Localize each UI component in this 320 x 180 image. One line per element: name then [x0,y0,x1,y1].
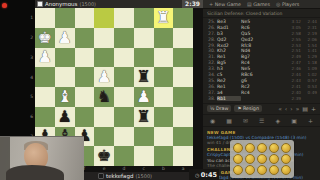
tab-games[interactable]: ▤Games [247,1,270,7]
board-icon[interactable]: ▦ [226,117,232,124]
square-f2[interactable] [75,28,95,48]
square-b7[interactable] [154,127,174,147]
white-move[interactable]: Re2 [217,78,241,83]
square-b8[interactable] [154,146,174,166]
white-move[interactable]: a4 [217,90,241,95]
move-number: 25. [208,19,217,24]
move-time: 2:44 [301,19,317,24]
bottom-player-clock: ◷ 0:45 [189,169,219,180]
square-a7[interactable] [173,127,193,147]
black-rook-c6[interactable]: ♜ [136,108,150,124]
move-row[interactable]: 26.Rad1Rc63:052:31 [203,24,320,30]
move-row[interactable]: 38.Rb12:39 [203,95,320,101]
top-player-bar: Anonymous (1500) 2:39 [35,0,203,8]
square-a4[interactable] [173,67,193,87]
white-pawn-h3[interactable]: ♟ [38,49,52,65]
square-b5[interactable] [154,87,174,107]
move-number: 31. [208,54,217,59]
plus-icon[interactable]: + [308,117,313,124]
move-times: 2:430:57 [285,78,317,83]
move-time: 2:47 [285,60,301,65]
white-move[interactable]: h3 [217,66,241,71]
black-move[interactable]: Rc2 [241,84,265,89]
square-d2[interactable] [114,28,134,48]
emoji-face-icon [233,165,243,175]
streamer-shoulders [6,165,64,180]
white-move[interactable]: Re1 [217,54,241,59]
move-time: 2:41 [285,84,301,89]
black-knight-e5[interactable]: ♞ [97,88,111,104]
square-e1[interactable] [94,8,114,28]
square-c7[interactable] [134,127,154,147]
square-f3[interactable] [75,48,95,68]
resign-button[interactable]: ⚑ Resign [234,105,262,112]
square-g5[interactable]: ♝ [55,87,75,107]
square-a5[interactable] [173,87,193,107]
square-a6[interactable] [173,107,193,127]
rank-label: 6 [27,107,34,127]
move-times: 2:441:02 [285,72,317,77]
move-time: 2:46 [285,66,301,71]
white-pawn-g2[interactable]: ♟ [57,29,71,45]
square-c1[interactable] [134,8,154,28]
nav-first-icon[interactable]: « [278,106,282,112]
black-pawn-g6[interactable]: ♟ [57,108,71,124]
square-e2[interactable] [94,28,114,48]
move-row[interactable]: 34.c5R8c62:441:02 [203,72,320,78]
emoji-face-icon [245,165,255,175]
move-times: 2:552:06 [285,37,317,42]
square-h5[interactable] [35,87,55,107]
white-bishop-g5[interactable]: ♝ [57,88,71,104]
emoji-face-icon [281,143,291,153]
white-pawn-e4[interactable]: ♟ [97,69,111,85]
tab-icon: ▤ [247,1,252,7]
square-c2[interactable] [134,28,154,48]
move-time: 2:51 [285,48,301,53]
black-move[interactable]: Ne5 [241,66,265,71]
draw-half-icon: ½ [210,106,214,111]
clock-icon: ◷ [195,172,199,178]
move-number: 36. [208,84,217,89]
black-move[interactable]: Qxd2 [241,37,265,42]
square-g1[interactable] [55,8,75,28]
grid-icon[interactable]: ▣ [291,117,297,124]
tab-label: Players [282,2,299,7]
rank-label: 5 [27,87,34,107]
move-number: 27. [208,31,217,36]
move-row[interactable]: 32.Bg5Rc42:471:18 [203,60,320,66]
resign-label: Resign [243,106,259,111]
white-move[interactable]: Rb1 [217,96,241,101]
recording-dot-icon [2,3,7,8]
move-row[interactable]: 29.Rxd2Rfc82:531:54 [203,42,320,48]
square-d8[interactable] [114,146,134,166]
move-time: 2:55 [285,37,301,42]
nav-prev-icon[interactable]: ‹ [285,106,287,112]
tab-players[interactable]: ◎Players [276,1,299,7]
square-f5[interactable] [75,87,95,107]
square-f6[interactable] [75,107,95,127]
move-time: 2:39 [285,96,301,101]
square-h4[interactable] [35,67,55,87]
rank-label: 2 [27,28,34,48]
move-number: 37. [208,90,217,95]
move-row[interactable]: 31.Re1Bg72:491:29 [203,54,320,60]
move-time: 1:18 [301,60,317,65]
black-move[interactable]: Rc4 [241,60,265,65]
move-row[interactable]: 33.h3Ne52:461:09 [203,66,320,72]
emoji-face-icon [233,143,243,153]
square-a3[interactable] [173,48,193,68]
white-pawn-c5[interactable]: ♟ [136,88,150,104]
square-d1[interactable] [114,8,134,28]
emoji-face-icon [269,154,279,164]
move-times: 2:39 [285,96,317,101]
tab-icon: + [209,1,213,7]
black-move[interactable]: Rfc8 [241,43,265,48]
black-move[interactable]: Bg7 [241,54,265,59]
message-icon[interactable]: ✉ [243,117,248,124]
move-number: 28. [208,37,217,42]
opening-name: Sicilian Defense: Closed Variation [203,9,320,18]
move-number: 35. [208,78,217,83]
move-time: 1:54 [301,43,317,48]
square-b1[interactable]: ♜ [154,8,174,28]
move-time: 2:31 [301,25,317,30]
tab-label: New Game [215,2,241,7]
white-move[interactable]: Re1 [217,84,241,89]
black-rook-c4[interactable]: ♜ [136,69,150,85]
square-e6[interactable] [94,107,114,127]
square-g4[interactable] [55,67,75,87]
white-king-h2[interactable]: ♚ [38,29,52,45]
nav-last-icon[interactable]: » [296,106,300,112]
white-move[interactable]: Be3 [217,19,241,24]
emoji-face-icon [269,143,279,153]
white-move[interactable]: Rxd2 [217,43,241,48]
move-times: 2:491:29 [285,54,317,59]
rank-label: 4 [27,67,34,87]
move-row[interactable]: 25.Be3Ne53:122:44 [203,19,320,25]
rank-label: 3 [27,48,34,68]
square-f4[interactable] [75,67,95,87]
move-time: 2:49 [285,54,301,59]
emoji-face-icon [281,165,291,175]
move-time: 0:53 [301,84,317,89]
panel-tabs: +New Game▤Games◎Players [203,0,320,9]
move-number: 29. [208,43,217,48]
move-times: 2:531:54 [285,43,317,48]
black-move[interactable]: Qa5 [241,31,265,36]
emoji-face-icon [269,165,279,175]
square-d5[interactable] [114,87,134,107]
move-times: 2:471:18 [285,60,317,65]
nav-list-icon[interactable]: ▤ [302,106,308,112]
move-number: 26. [208,25,217,30]
move-times: 2:400:49 [285,90,317,95]
panel-toolbar: ◉▦✉☰◈▣+ [203,114,320,127]
emoji-face-icon [245,154,255,164]
bottom-player-name: tekkefagd [106,173,133,179]
move-times: 2:410:53 [285,84,317,89]
streamer-webcam [0,136,84,180]
square-c4[interactable]: ♜ [134,67,154,87]
move-times: 2:511:41 [285,48,317,53]
move-row[interactable]: 37.a4Rc42:400:49 [203,89,320,95]
move-time: 1:29 [301,54,317,59]
move-number: 32. [208,60,217,65]
white-move[interactable]: b3 [217,31,241,36]
square-c8[interactable] [134,146,154,166]
square-e5[interactable]: ♞ [94,87,114,107]
emoji-face-icon [281,154,291,164]
move-time: 2:43 [285,78,301,83]
square-g2[interactable]: ♟ [55,28,75,48]
move-time: 1:09 [301,66,317,71]
move-time: 2:40 [285,90,301,95]
white-move[interactable]: Bg5 [217,60,241,65]
square-h6[interactable] [35,107,55,127]
move-number: 33. [208,66,217,71]
square-b4[interactable] [154,67,174,87]
white-move[interactable]: Kh2 [217,48,241,53]
move-time: 2:53 [285,43,301,48]
square-e7[interactable] [94,127,114,147]
black-move[interactable]: g6 [241,78,265,83]
board-panel-gap [193,8,203,180]
square-b6[interactable] [154,107,174,127]
emote-overlay [230,140,294,178]
record-icon[interactable]: ◉ [210,117,215,124]
bottom-player-rating: (1500) [135,173,152,179]
square-f1[interactable] [75,8,95,28]
square-d7[interactable] [114,127,134,147]
gem-icon[interactable]: ◈ [276,117,281,124]
square-e4[interactable]: ♟ [94,67,114,87]
emoji-face-icon [233,154,243,164]
move-number: 30. [208,48,217,53]
resign-flag-icon: ⚑ [237,106,241,111]
black-move[interactable]: Rc6 [241,25,265,30]
move-time [301,96,317,101]
white-move[interactable]: Rad1 [217,25,241,30]
square-d3[interactable] [114,48,134,68]
nav-next-icon[interactable]: › [290,106,292,112]
black-move[interactable]: R8c6 [241,72,265,77]
emoji-face-icon [245,143,255,153]
white-move[interactable]: Qd2 [217,37,241,42]
move-time: 2:44 [285,72,301,77]
square-g6[interactable]: ♟ [55,107,75,127]
square-b2[interactable] [154,28,174,48]
move-nav-cluster: «‹›»▤+ [275,106,316,112]
black-move[interactable]: Nd4 [241,48,265,53]
move-times: 2:582:19 [285,31,317,36]
white-color-chip-icon [37,1,43,7]
tab-label: Games [253,2,270,7]
square-a2[interactable] [173,28,193,48]
move-row[interactable]: 27.b3Qa52:582:19 [203,30,320,36]
square-h1[interactable] [35,8,55,28]
move-time: 0:49 [301,90,317,95]
move-time: 2:06 [301,37,317,42]
square-a1[interactable] [173,8,193,28]
tab-icon: ◎ [276,1,280,7]
move-times: 3:052:31 [285,25,317,30]
move-time: 1:41 [301,48,317,53]
move-time: 3:12 [285,19,301,24]
top-player-name: Anonymous [45,1,77,7]
bottom-clock-time: 0:45 [201,171,217,179]
top-player-rating: (1500) [79,1,96,7]
move-row[interactable]: 35.Re2g62:430:57 [203,77,320,83]
move-list[interactable]: 25.Be3Ne53:122:4426.Rad1Rc63:052:3127.b3… [203,18,320,103]
square-g3[interactable] [55,48,75,68]
nav-add-icon[interactable]: + [311,106,316,112]
square-c6[interactable]: ♜ [134,107,154,127]
move-row[interactable]: 36.Re1Rc22:410:53 [203,83,320,89]
emoji-face-icon [257,143,267,153]
square-e3[interactable] [94,48,114,68]
move-times: 3:122:44 [285,19,317,24]
move-time: 1:02 [301,72,317,77]
move-time: 2:58 [285,31,301,36]
emoji-face-icon [257,165,267,175]
square-b3[interactable] [154,48,174,68]
move-row[interactable]: 30.Kh2Nd42:511:41 [203,48,320,54]
draw-label: Draw [216,106,229,111]
square-e8[interactable]: ♚ [94,146,114,166]
square-h2[interactable]: ♚ [35,28,55,48]
move-row[interactable]: 28.Qd2Qxd22:552:06 [203,36,320,42]
square-c3[interactable] [134,48,154,68]
move-time: 0:57 [301,78,317,83]
square-d4[interactable] [114,67,134,87]
white-move[interactable]: c5 [217,72,241,77]
black-move[interactable]: Ne5 [241,19,265,24]
move-number: 34. [208,72,217,77]
black-king-e8[interactable]: ♚ [97,148,111,164]
black-move[interactable]: Rc4 [241,90,265,95]
top-player-clock: 2:39 [182,0,203,8]
move-time: 3:05 [285,25,301,30]
menu-icon[interactable]: ☰ [259,117,264,124]
square-c5[interactable]: ♟ [134,87,154,107]
tab-new-game[interactable]: +New Game [209,1,241,7]
move-times: 2:461:09 [285,66,317,71]
square-h3[interactable]: ♟ [35,48,55,68]
black-color-chip-icon [98,173,104,179]
white-rook-b1[interactable]: ♜ [156,9,170,25]
move-number: 38. [208,96,217,101]
square-d6[interactable] [114,107,134,127]
square-a8[interactable] [173,146,193,166]
rank-label: 1 [27,8,34,28]
emoji-face-icon [257,154,267,164]
move-time: 2:19 [301,31,317,36]
draw-button[interactable]: ½ Draw [207,105,231,112]
game-buttons-row: ½ Draw ⚑ Resign «‹›»▤+ [203,103,320,114]
